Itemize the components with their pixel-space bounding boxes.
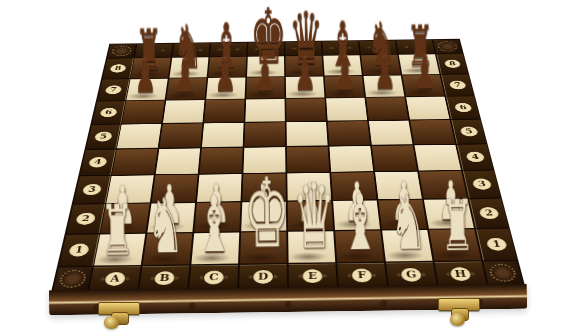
file-label-cell-f: F [337, 263, 387, 288]
square-g7: ♟ [363, 75, 404, 97]
black-pawn: ♟ [130, 54, 161, 100]
rank-label-left-4: 4 [88, 157, 108, 168]
file-label-cell-b: B [139, 266, 189, 291]
black-pawn: ♟ [409, 50, 440, 96]
file-label-cell-h: H [435, 262, 487, 287]
square-b6 [163, 100, 205, 123]
rank-label-left-8: 8 [109, 64, 126, 73]
rank-label-left-1: 1 [68, 243, 90, 256]
rank-label-cell-left-6: 6 [92, 101, 125, 124]
rank-label-left-2: 2 [75, 213, 96, 225]
file-label-cell-g: G [386, 262, 437, 287]
file-label-b: B [154, 271, 175, 285]
square-f4 [329, 146, 373, 172]
chess-board: 8♜♞♝♚♛♝♞♜87♟♟♟♟♟♟♟♟7665544332♟♟♟♟♟♟♟♟21♜… [51, 39, 525, 292]
square-e5 [286, 122, 327, 146]
square-a7: ♟ [126, 79, 167, 101]
square-d1: ♚ [240, 232, 287, 264]
white-bishop: ♝ [341, 184, 379, 262]
rank-label-cell-right-1: 1 [476, 229, 517, 260]
white-bishop: ♝ [195, 186, 233, 264]
square-d7: ♟ [246, 77, 284, 99]
rank-label-right-1: 1 [486, 238, 508, 251]
square-f6 [326, 98, 367, 121]
square-a6 [122, 101, 165, 124]
white-king: ♚ [243, 166, 282, 263]
square-a5 [117, 124, 161, 148]
rosette-ornament-icon [437, 41, 459, 51]
file-label-h: H [449, 267, 471, 281]
rank-label-cell-left-5: 5 [86, 125, 120, 149]
rank-label-right-2: 2 [478, 207, 499, 219]
white-queen: ♛ [292, 171, 331, 262]
rank-label-cell-left-7: 7 [98, 79, 130, 101]
square-c7: ♟ [206, 78, 245, 100]
rank-label-cell-left-4: 4 [80, 149, 116, 175]
rank-label-right-3: 3 [472, 178, 493, 189]
square-f7: ♟ [325, 76, 365, 98]
rank-label-right-5: 5 [460, 126, 479, 136]
square-b1: ♞ [143, 233, 193, 265]
rank-label-cell-right-7: 7 [441, 74, 474, 95]
white-knight: ♞ [389, 184, 427, 260]
rank-label-right-7: 7 [449, 81, 467, 90]
rank-label-left-7: 7 [105, 85, 123, 94]
file-label-cell-c: C [189, 265, 238, 290]
black-pawn: ♟ [329, 51, 360, 97]
corner-rosette-bottom-left [53, 267, 92, 291]
white-rook: ♜ [98, 194, 136, 264]
corner-rosette-bottom-right [483, 261, 522, 285]
rank-label-cell-right-6: 6 [446, 96, 480, 119]
black-pawn: ♟ [209, 53, 240, 99]
square-e7: ♟ [286, 76, 325, 98]
square-c6 [204, 100, 244, 123]
square-h6 [406, 97, 449, 120]
square-a4 [112, 149, 158, 175]
square-h1: ♜ [429, 229, 481, 261]
file-label-g: G [400, 268, 422, 282]
rank-label-left-5: 5 [94, 131, 113, 141]
rank-label-cell-right-5: 5 [451, 120, 486, 144]
square-d5 [244, 122, 285, 146]
white-knight: ♞ [146, 188, 184, 264]
rank-label-cell-right-8: 8 [436, 54, 468, 74]
file-label-f: F [351, 268, 372, 282]
file-label-a: A [104, 272, 126, 286]
black-pawn: ♟ [249, 52, 280, 98]
file-label-d: D [253, 270, 273, 284]
rank-label-right-4: 4 [465, 152, 485, 163]
square-e1: ♛ [288, 231, 335, 263]
brass-foot-right [450, 313, 465, 326]
square-d6 [245, 99, 285, 122]
rosette-ornament-icon [58, 270, 87, 288]
chess-set-photo: 8♜♞♝♚♛♝♞♜87♟♟♟♟♟♟♟♟7665544332♟♟♟♟♟♟♟♟21♜… [0, 0, 576, 336]
file-label-cell-d: D [239, 264, 287, 289]
square-b5 [159, 123, 202, 147]
file-label-c: C [203, 270, 224, 284]
rank-label-left-6: 6 [99, 108, 117, 118]
rank-label-cell-left-1: 1 [59, 234, 99, 266]
square-h5 [410, 120, 455, 144]
file-label-e: E [302, 269, 322, 283]
square-g1: ♞ [382, 230, 432, 262]
brass-clasp-left [98, 302, 140, 315]
square-h4 [414, 145, 460, 171]
file-label-cell-e: E [289, 264, 337, 289]
square-f1: ♝ [335, 231, 384, 263]
rank-label-cell-right-4: 4 [457, 144, 493, 170]
square-c5 [202, 123, 244, 147]
square-g6 [366, 97, 408, 120]
file-label-cell-a: A [89, 266, 140, 291]
rank-label-right-6: 6 [454, 103, 473, 113]
rank-label-right-8: 8 [444, 60, 461, 68]
square-a1: ♜ [94, 234, 145, 266]
square-c4 [200, 148, 243, 174]
rosette-ornament-icon [488, 264, 518, 282]
black-pawn: ♟ [289, 52, 320, 98]
square-c1: ♝ [191, 233, 239, 265]
white-rook: ♜ [438, 190, 476, 260]
brass-foot-left [104, 316, 119, 329]
black-pawn: ♟ [369, 50, 400, 96]
square-h7: ♟ [402, 75, 444, 97]
black-pawn: ♟ [170, 53, 201, 99]
square-f5 [328, 121, 370, 145]
square-g5 [369, 121, 413, 145]
square-b7: ♟ [166, 78, 206, 100]
square-g4 [372, 145, 417, 171]
square-b4 [156, 148, 200, 174]
brass-clasp-right [438, 298, 480, 311]
square-e6 [286, 98, 326, 121]
